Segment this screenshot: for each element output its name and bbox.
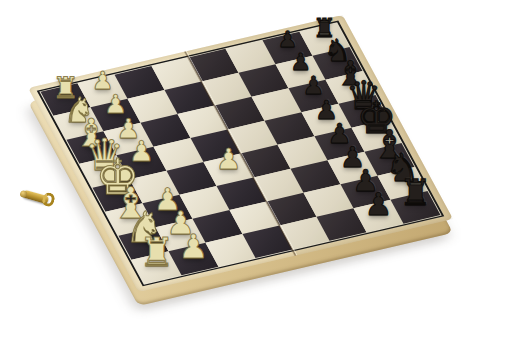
- white-rook-h1[interactable]: ♜: [139, 233, 175, 273]
- black-pawn-h7[interactable]: ♟: [365, 189, 393, 220]
- rook-glyph: ♜: [399, 176, 431, 212]
- pawn-glyph: ♟: [179, 230, 209, 263]
- chess-photo-scene: ♜♞♝♛♚♝♞♜♟♟♟♟♟♟♟♟♜♞♝♛♚♝♞♜♟♟♟♟♟♟♟♟: [0, 0, 510, 346]
- clasp-hook: [41, 191, 56, 208]
- rook-glyph: ♜: [139, 233, 175, 273]
- white-pawn-e4[interactable]: ♟: [216, 145, 242, 174]
- pawn-glyph: ♟: [216, 145, 242, 174]
- brass-clasp-icon: [20, 186, 58, 215]
- pawn-glyph: ♟: [365, 189, 393, 220]
- white-pawn-h2[interactable]: ♟: [179, 230, 209, 263]
- black-rook-h8[interactable]: ♜: [399, 176, 431, 212]
